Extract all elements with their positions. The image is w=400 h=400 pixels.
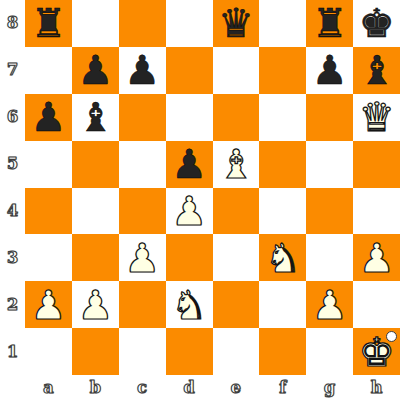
square-a4[interactable] [25,188,72,235]
square-a1[interactable] [25,328,72,375]
square-h6[interactable]: ♛ [353,94,400,141]
square-f7[interactable] [259,47,306,94]
file-label-a: a [25,375,72,400]
file-label-b: b [72,375,119,400]
square-b3[interactable] [72,234,119,281]
square-e8[interactable]: ♛ [213,0,260,47]
square-g5[interactable] [306,141,353,188]
square-a2[interactable]: ♟ [25,281,72,328]
rank-label-6: 6 [0,94,25,141]
square-g3[interactable] [306,234,353,281]
square-d8[interactable] [166,0,213,47]
square-c3[interactable]: ♟ [119,234,166,281]
square-c5[interactable] [119,141,166,188]
square-e1[interactable] [213,328,260,375]
square-h4[interactable] [353,188,400,235]
black-pawn-icon: ♟ [312,50,348,90]
square-d6[interactable] [166,94,213,141]
square-a6[interactable]: ♟ [25,94,72,141]
black-bishop-icon: ♝ [359,50,395,90]
black-queen-icon: ♛ [218,3,254,43]
square-f5[interactable] [259,141,306,188]
square-e3[interactable] [213,234,260,281]
black-pawn-icon: ♟ [124,50,160,90]
white-bishop-icon: ♝ [218,144,254,184]
square-g7[interactable]: ♟ [306,47,353,94]
square-b6[interactable]: ♝ [72,94,119,141]
black-rook-icon: ♜ [312,3,348,43]
square-h7[interactable]: ♝ [353,47,400,94]
square-a8[interactable]: ♜ [25,0,72,47]
rank-labels: 87654321 [0,0,25,375]
square-f4[interactable] [259,188,306,235]
square-g1[interactable] [306,328,353,375]
corner-spacer [0,375,25,400]
square-f8[interactable] [259,0,306,47]
square-e4[interactable] [213,188,260,235]
black-bishop-icon: ♝ [77,97,113,137]
square-g4[interactable] [306,188,353,235]
square-e7[interactable] [213,47,260,94]
square-g6[interactable] [306,94,353,141]
square-f3[interactable]: ♞ [259,234,306,281]
square-g8[interactable]: ♜ [306,0,353,47]
white-pawn-icon: ♟ [171,191,207,231]
file-label-c: c [119,375,166,400]
rank-label-3: 3 [0,234,25,281]
white-knight-icon: ♞ [265,238,301,278]
square-d2[interactable]: ♞ [166,281,213,328]
white-pawn-icon: ♟ [359,238,395,278]
square-b8[interactable] [72,0,119,47]
square-d1[interactable] [166,328,213,375]
file-label-e: e [213,375,260,400]
square-b4[interactable] [72,188,119,235]
square-h2[interactable] [353,281,400,328]
file-label-d: d [166,375,213,400]
black-pawn-icon: ♟ [171,144,207,184]
square-h3[interactable]: ♟ [353,234,400,281]
square-d7[interactable] [166,47,213,94]
square-h1[interactable]: ♚ [353,328,400,375]
square-e2[interactable] [213,281,260,328]
rank-label-5: 5 [0,141,25,188]
black-pawn-icon: ♟ [31,97,67,137]
white-pawn-icon: ♟ [31,285,67,325]
square-b2[interactable]: ♟ [72,281,119,328]
white-pawn-icon: ♟ [312,285,348,325]
square-d3[interactable] [166,234,213,281]
rank-label-4: 4 [0,188,25,235]
square-b7[interactable]: ♟ [72,47,119,94]
white-knight-icon: ♞ [171,285,207,325]
file-label-f: f [259,375,306,400]
square-e5[interactable]: ♝ [213,141,260,188]
square-a3[interactable] [25,234,72,281]
square-e6[interactable] [213,94,260,141]
file-labels: abcdefgh [25,375,400,400]
square-g2[interactable]: ♟ [306,281,353,328]
rank-label-1: 1 [0,328,25,375]
square-c4[interactable] [119,188,166,235]
white-pawn-icon: ♟ [124,238,160,278]
black-king-icon: ♚ [359,3,395,43]
square-h5[interactable] [353,141,400,188]
rank-label-7: 7 [0,47,25,94]
side-to-move-indicator [386,331,397,342]
square-b1[interactable] [72,328,119,375]
rank-label-2: 2 [0,281,25,328]
square-c6[interactable] [119,94,166,141]
square-c7[interactable]: ♟ [119,47,166,94]
square-h8[interactable]: ♚ [353,0,400,47]
square-d5[interactable]: ♟ [166,141,213,188]
square-b5[interactable] [72,141,119,188]
file-label-g: g [306,375,353,400]
square-c1[interactable] [119,328,166,375]
chess-board: ♜♛♜♚♟♟♟♝♟♝♛♟♝♟♟♞♟♟♟♞♟♚ [25,0,400,375]
square-f6[interactable] [259,94,306,141]
rank-label-8: 8 [0,0,25,47]
chess-puzzle-page: 87654321 ♜♛♜♚♟♟♟♝♟♝♛♟♝♟♟♞♟♟♟♞♟♚ abcdefgh [0,0,400,400]
square-a7[interactable] [25,47,72,94]
black-pawn-icon: ♟ [77,50,113,90]
square-f1[interactable] [259,328,306,375]
square-a5[interactable] [25,141,72,188]
file-label-h: h [353,375,400,400]
white-queen-icon: ♛ [359,97,395,137]
square-f2[interactable] [259,281,306,328]
square-c2[interactable] [119,281,166,328]
black-rook-icon: ♜ [31,3,67,43]
square-d4[interactable]: ♟ [166,188,213,235]
white-pawn-icon: ♟ [77,285,113,325]
square-c8[interactable] [119,0,166,47]
